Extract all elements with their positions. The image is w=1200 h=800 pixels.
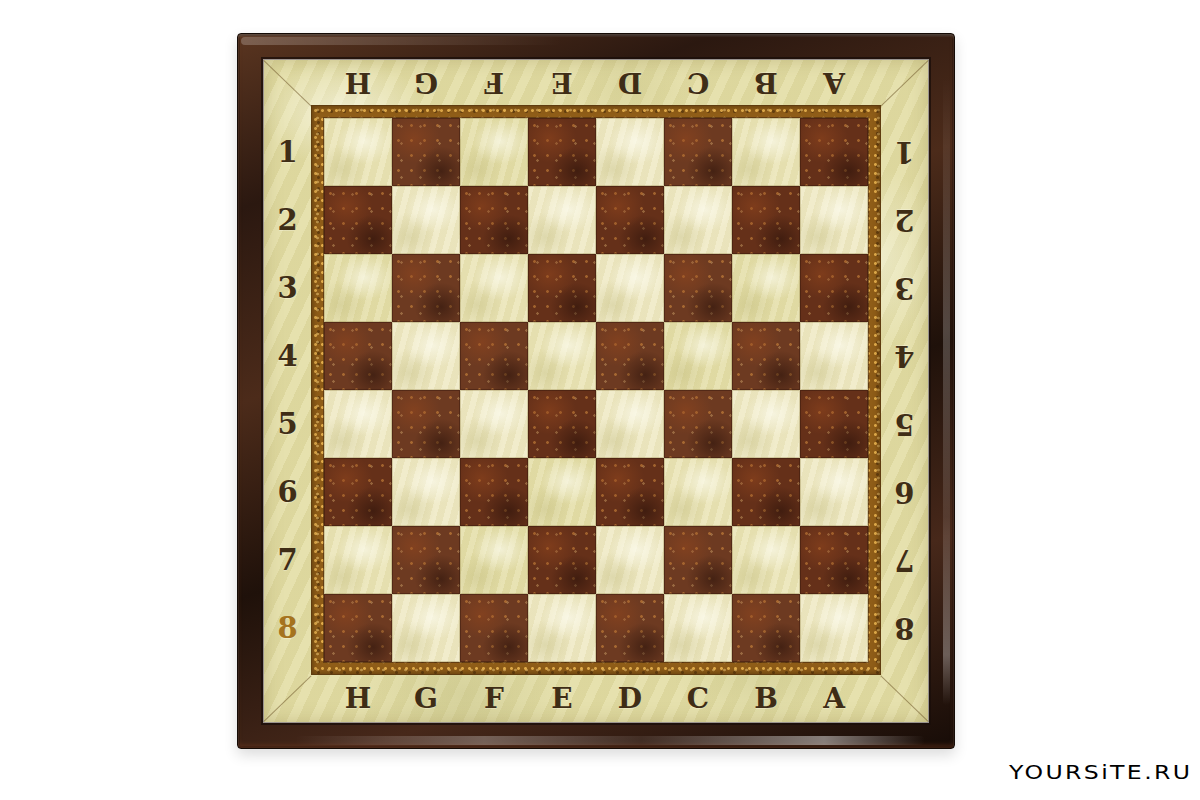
square-h4[interactable] [324, 322, 392, 390]
square-e7[interactable] [528, 526, 596, 594]
square-f5[interactable] [460, 390, 528, 458]
square-e3[interactable] [528, 254, 596, 322]
square-g1[interactable] [392, 118, 460, 186]
square-a2[interactable] [800, 186, 868, 254]
square-d2[interactable] [596, 186, 664, 254]
square-b3[interactable] [732, 254, 800, 322]
square-d8[interactable] [596, 594, 664, 662]
site-watermark: YOURSiTE.RU [1009, 760, 1192, 784]
miter-seam-bottom-left [263, 675, 311, 722]
chess-board: HGFEDCBA HGFEDCBA 12345678 12345678 [237, 33, 955, 749]
square-h8[interactable] [324, 594, 392, 662]
board-grid [324, 118, 868, 662]
square-h3[interactable] [324, 254, 392, 322]
square-e6[interactable] [528, 458, 596, 526]
square-c6[interactable] [664, 458, 732, 526]
frame-gloss-highlight-top [241, 37, 563, 45]
square-e2[interactable] [528, 186, 596, 254]
square-d3[interactable] [596, 254, 664, 322]
square-g4[interactable] [392, 322, 460, 390]
square-a6[interactable] [800, 458, 868, 526]
square-b1[interactable] [732, 118, 800, 186]
square-a3[interactable] [800, 254, 868, 322]
square-b8[interactable] [732, 594, 800, 662]
square-c5[interactable] [664, 390, 732, 458]
square-c4[interactable] [664, 322, 732, 390]
square-c8[interactable] [664, 594, 732, 662]
square-f1[interactable] [460, 118, 528, 186]
square-a1[interactable] [800, 118, 868, 186]
square-e8[interactable] [528, 594, 596, 662]
square-g2[interactable] [392, 186, 460, 254]
miter-seam-bottom-right [881, 675, 929, 722]
square-f6[interactable] [460, 458, 528, 526]
square-f2[interactable] [460, 186, 528, 254]
square-c3[interactable] [664, 254, 732, 322]
frame-gloss-highlight-bottom [295, 736, 925, 745]
square-d1[interactable] [596, 118, 664, 186]
square-c1[interactable] [664, 118, 732, 186]
square-a5[interactable] [800, 390, 868, 458]
square-d6[interactable] [596, 458, 664, 526]
square-f3[interactable] [460, 254, 528, 322]
square-g7[interactable] [392, 526, 460, 594]
square-b5[interactable] [732, 390, 800, 458]
square-b4[interactable] [732, 322, 800, 390]
square-c7[interactable] [664, 526, 732, 594]
frame-gloss-highlight-right [943, 77, 950, 705]
square-g6[interactable] [392, 458, 460, 526]
square-a7[interactable] [800, 526, 868, 594]
square-h5[interactable] [324, 390, 392, 458]
square-b7[interactable] [732, 526, 800, 594]
square-f7[interactable] [460, 526, 528, 594]
square-a8[interactable] [800, 594, 868, 662]
square-h7[interactable] [324, 526, 392, 594]
square-e5[interactable] [528, 390, 596, 458]
square-d4[interactable] [596, 322, 664, 390]
miter-seam-top-right [881, 60, 929, 107]
square-b2[interactable] [732, 186, 800, 254]
square-d7[interactable] [596, 526, 664, 594]
square-d5[interactable] [596, 390, 664, 458]
square-h1[interactable] [324, 118, 392, 186]
square-e1[interactable] [528, 118, 596, 186]
miter-seam-top-left [263, 60, 311, 107]
square-b6[interactable] [732, 458, 800, 526]
square-h2[interactable] [324, 186, 392, 254]
square-c2[interactable] [664, 186, 732, 254]
square-a4[interactable] [800, 322, 868, 390]
square-e4[interactable] [528, 322, 596, 390]
square-f8[interactable] [460, 594, 528, 662]
square-f4[interactable] [460, 322, 528, 390]
square-h6[interactable] [324, 458, 392, 526]
square-g8[interactable] [392, 594, 460, 662]
square-g5[interactable] [392, 390, 460, 458]
square-g3[interactable] [392, 254, 460, 322]
